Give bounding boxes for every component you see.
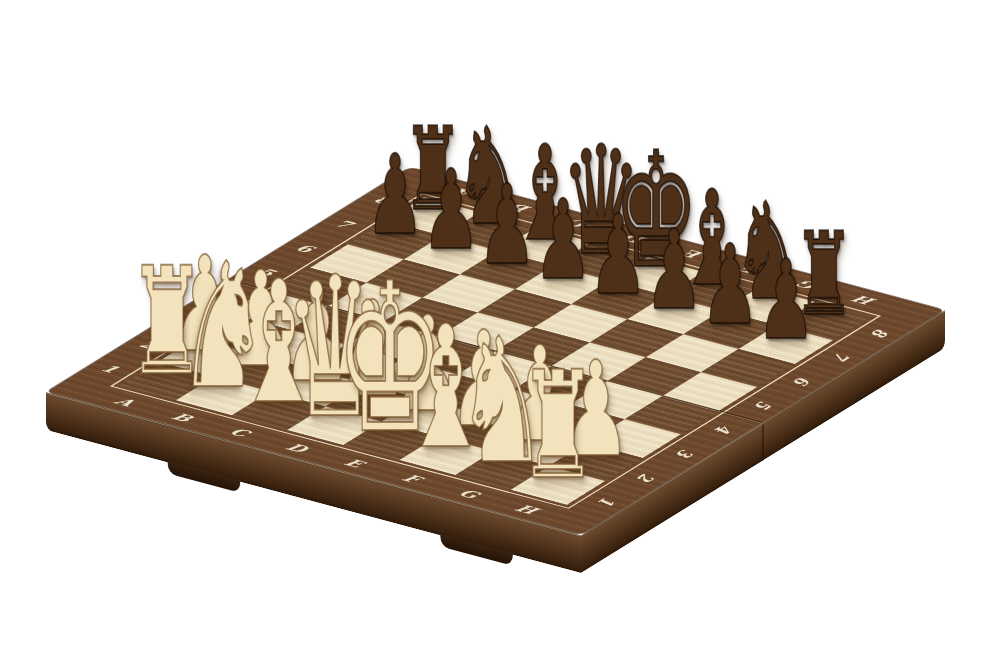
label-6: 6 <box>787 375 818 386</box>
photo-background: ABCDEFGH ABCDEFGH 87654321 87654321 ♜♞♝♛… <box>0 0 1000 666</box>
label-7: 7 <box>826 351 857 362</box>
piece-black-pawn-h7[interactable]: ♟ <box>757 246 816 356</box>
piece-black-pawn-f7[interactable]: ♟ <box>645 216 704 326</box>
label-5: 5 <box>748 400 779 411</box>
pieces-layer: ♜♞♝♛♚♝♞♜♟♟♟♟♟♟♟♟♟♟♟♟♟♟♟♟♜♞♝♛♚♝♞♜ <box>0 0 1000 666</box>
fold-seam-edge <box>762 424 763 461</box>
piece-black-pawn-e7[interactable]: ♟ <box>589 201 648 311</box>
label-7: 7 <box>331 218 359 231</box>
chess-board: ABCDEFGH ABCDEFGH 87654321 87654321 ♜♞♝♛… <box>0 0 1000 666</box>
label-1: 1 <box>96 363 124 376</box>
piece-black-pawn-g7[interactable]: ♟ <box>701 231 760 341</box>
label-8: 8 <box>865 327 896 338</box>
label-2: 2 <box>631 472 662 483</box>
piece-white-rook-h1[interactable]: ♜ <box>518 352 598 500</box>
piece-black-pawn-d7[interactable]: ♟ <box>533 186 592 296</box>
board-foot <box>440 533 512 565</box>
board-foot <box>168 461 240 493</box>
piece-black-pawn-c7[interactable]: ♟ <box>477 171 536 281</box>
label-4: 4 <box>709 424 740 435</box>
label-3: 3 <box>670 448 701 459</box>
